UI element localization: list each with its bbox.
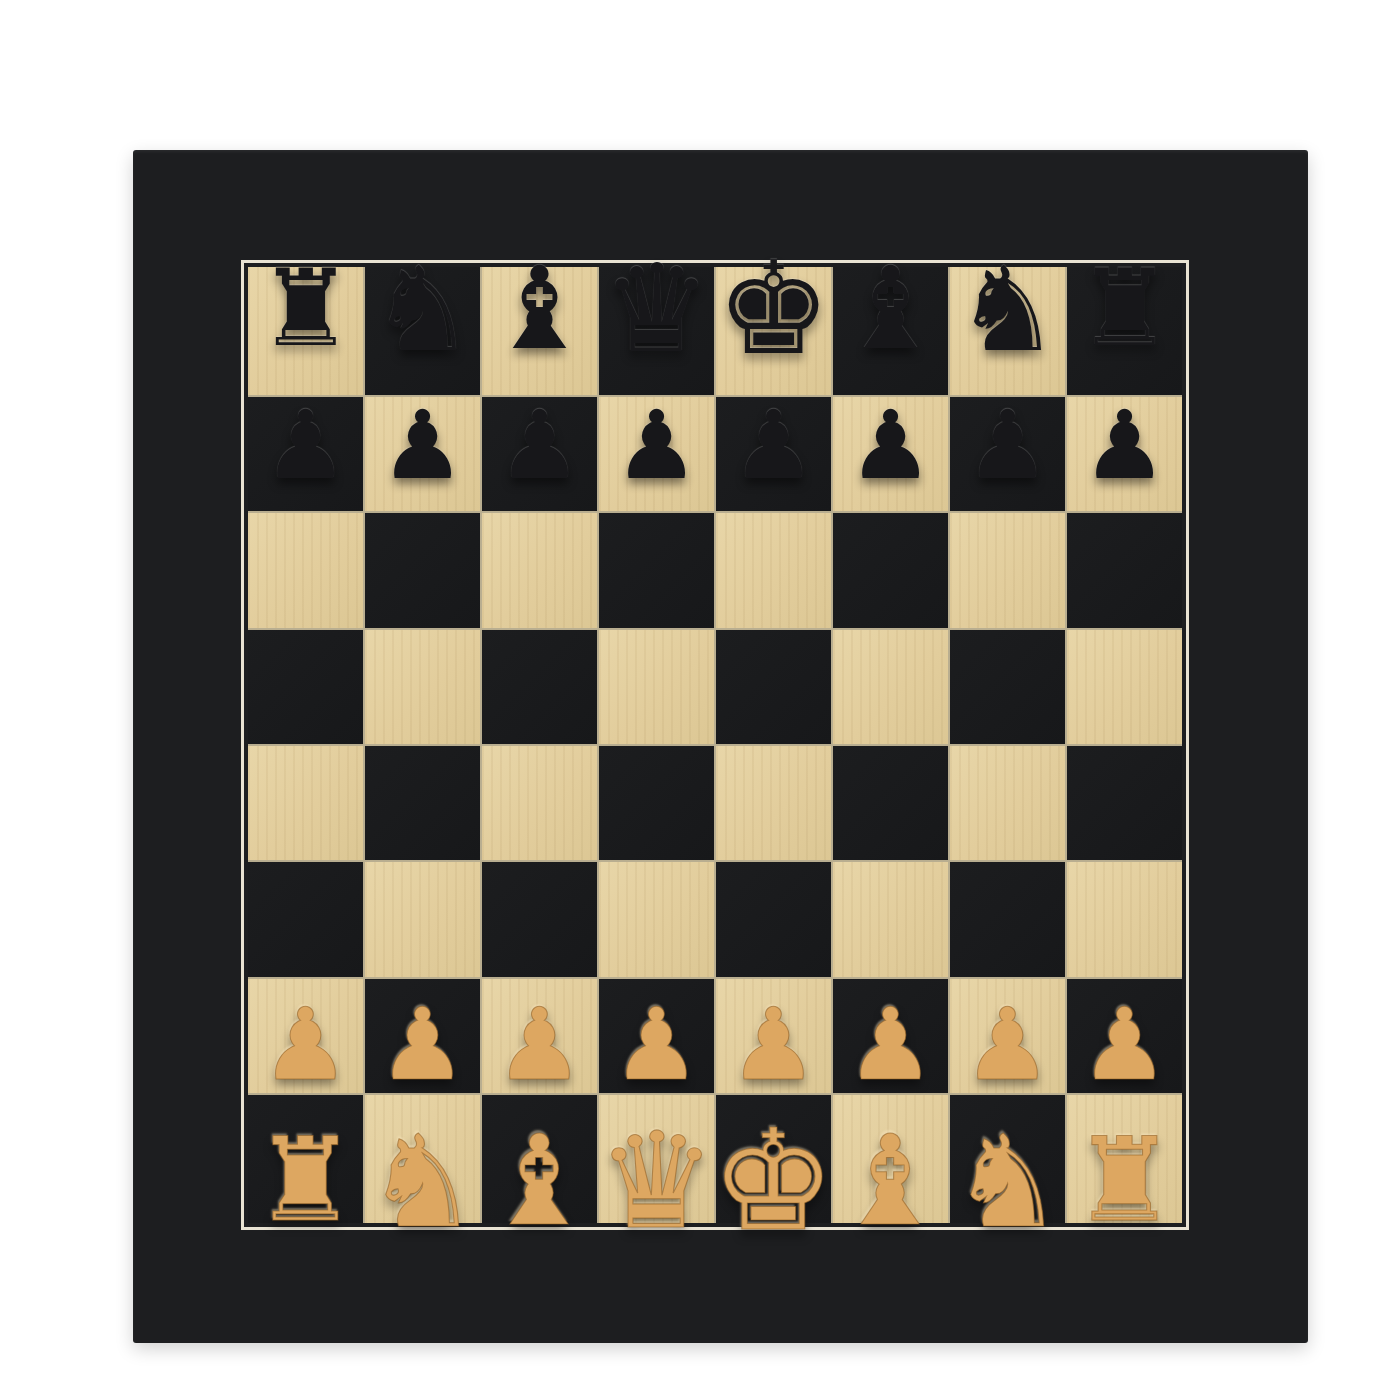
piece-black-rook[interactable]: ♜ — [1077, 256, 1172, 362]
piece-white-knight[interactable]: ♞ — [950, 1117, 1064, 1245]
piece-black-pawn[interactable]: ♟ — [263, 398, 348, 493]
square-h4[interactable] — [1067, 746, 1182, 860]
piece-white-pawn[interactable]: ♟ — [846, 995, 935, 1095]
piece-black-queen[interactable]: ♛ — [602, 248, 711, 370]
piece-white-rook[interactable]: ♜ — [254, 1123, 358, 1239]
piece-black-bishop[interactable]: ♝ — [488, 252, 590, 366]
piece-black-pawn[interactable]: ♟ — [848, 398, 933, 493]
square-c6[interactable] — [482, 513, 597, 627]
square-b3[interactable] — [365, 862, 480, 976]
piece-white-queen[interactable]: ♛ — [597, 1115, 716, 1248]
piece-black-pawn[interactable]: ♟ — [965, 398, 1050, 493]
square-h1[interactable]: ♜ — [1067, 1095, 1182, 1223]
square-a7[interactable]: ♟ — [248, 397, 363, 511]
piece-white-pawn[interactable]: ♟ — [378, 995, 467, 1095]
piece-white-pawn[interactable]: ♟ — [729, 995, 818, 1095]
square-g2[interactable]: ♟ — [950, 979, 1065, 1093]
piece-white-bishop[interactable]: ♝ — [484, 1119, 595, 1243]
playing-area: ♜♞♝♛♚♝♞♜♟♟♟♟♟♟♟♟♟♟♟♟♟♟♟♟♜♞♝♛♚♝♞♜ — [241, 260, 1189, 1230]
square-a1[interactable]: ♜ — [248, 1095, 363, 1223]
square-d6[interactable] — [599, 513, 714, 627]
square-e5[interactable] — [716, 630, 831, 744]
square-a4[interactable] — [248, 746, 363, 860]
piece-white-pawn[interactable]: ♟ — [612, 995, 701, 1095]
square-a2[interactable]: ♟ — [248, 979, 363, 1093]
square-e4[interactable] — [716, 746, 831, 860]
square-g8[interactable]: ♞ — [950, 267, 1065, 395]
square-d2[interactable]: ♟ — [599, 979, 714, 1093]
square-h3[interactable] — [1067, 862, 1182, 976]
square-e2[interactable]: ♟ — [716, 979, 831, 1093]
square-c1[interactable]: ♝ — [482, 1095, 597, 1223]
square-h2[interactable]: ♟ — [1067, 979, 1182, 1093]
square-c3[interactable] — [482, 862, 597, 976]
piece-black-pawn[interactable]: ♟ — [614, 398, 699, 493]
piece-white-pawn[interactable]: ♟ — [1080, 995, 1169, 1095]
square-g6[interactable] — [950, 513, 1065, 627]
piece-black-king[interactable]: ♚ — [716, 245, 831, 373]
square-b7[interactable]: ♟ — [365, 397, 480, 511]
square-c4[interactable] — [482, 746, 597, 860]
piece-white-bishop[interactable]: ♝ — [835, 1119, 946, 1243]
piece-black-pawn[interactable]: ♟ — [497, 398, 582, 493]
square-e7[interactable]: ♟ — [716, 397, 831, 511]
square-g3[interactable] — [950, 862, 1065, 976]
square-a8[interactable]: ♜ — [248, 267, 363, 395]
square-a6[interactable] — [248, 513, 363, 627]
piece-white-rook[interactable]: ♜ — [1073, 1123, 1177, 1239]
square-h7[interactable]: ♟ — [1067, 397, 1182, 511]
square-c8[interactable]: ♝ — [482, 267, 597, 395]
square-a3[interactable] — [248, 862, 363, 976]
square-d3[interactable] — [599, 862, 714, 976]
square-d1[interactable]: ♛ — [599, 1095, 714, 1223]
square-e1[interactable]: ♚ — [716, 1095, 831, 1223]
square-f7[interactable]: ♟ — [833, 397, 948, 511]
square-f5[interactable] — [833, 630, 948, 744]
square-d4[interactable] — [599, 746, 714, 860]
board-grid: ♜♞♝♛♚♝♞♜♟♟♟♟♟♟♟♟♟♟♟♟♟♟♟♟♜♞♝♛♚♝♞♜ — [248, 267, 1182, 1223]
square-c7[interactable]: ♟ — [482, 397, 597, 511]
square-f4[interactable] — [833, 746, 948, 860]
piece-white-king[interactable]: ♚ — [711, 1111, 836, 1251]
piece-black-knight[interactable]: ♞ — [955, 251, 1060, 368]
square-g4[interactable] — [950, 746, 1065, 860]
square-e3[interactable] — [716, 862, 831, 976]
piece-white-pawn[interactable]: ♟ — [963, 995, 1052, 1095]
square-h5[interactable] — [1067, 630, 1182, 744]
square-b4[interactable] — [365, 746, 480, 860]
piece-black-rook[interactable]: ♜ — [258, 256, 353, 362]
square-b6[interactable] — [365, 513, 480, 627]
piece-black-pawn[interactable]: ♟ — [380, 398, 465, 493]
square-h8[interactable]: ♜ — [1067, 267, 1182, 395]
square-e6[interactable] — [716, 513, 831, 627]
square-f8[interactable]: ♝ — [833, 267, 948, 395]
square-h6[interactable] — [1067, 513, 1182, 627]
square-g7[interactable]: ♟ — [950, 397, 1065, 511]
square-f2[interactable]: ♟ — [833, 979, 948, 1093]
piece-black-knight[interactable]: ♞ — [370, 251, 475, 368]
square-c2[interactable]: ♟ — [482, 979, 597, 1093]
chess-board: ♜♞♝♛♚♝♞♜♟♟♟♟♟♟♟♟♟♟♟♟♟♟♟♟♜♞♝♛♚♝♞♜ — [133, 150, 1308, 1343]
photo-background: ♜♞♝♛♚♝♞♜♟♟♟♟♟♟♟♟♟♟♟♟♟♟♟♟♜♞♝♛♚♝♞♜ — [0, 0, 1400, 1400]
piece-white-pawn[interactable]: ♟ — [495, 995, 584, 1095]
square-g5[interactable] — [950, 630, 1065, 744]
square-b1[interactable]: ♞ — [365, 1095, 480, 1223]
square-c5[interactable] — [482, 630, 597, 744]
square-g1[interactable]: ♞ — [950, 1095, 1065, 1223]
square-f3[interactable] — [833, 862, 948, 976]
square-b2[interactable]: ♟ — [365, 979, 480, 1093]
square-d8[interactable]: ♛ — [599, 267, 714, 395]
square-b5[interactable] — [365, 630, 480, 744]
square-a5[interactable] — [248, 630, 363, 744]
piece-black-pawn[interactable]: ♟ — [1082, 398, 1167, 493]
square-f1[interactable]: ♝ — [833, 1095, 948, 1223]
square-b8[interactable]: ♞ — [365, 267, 480, 395]
square-f6[interactable] — [833, 513, 948, 627]
piece-white-pawn[interactable]: ♟ — [261, 995, 350, 1095]
square-d5[interactable] — [599, 630, 714, 744]
square-e8[interactable]: ♚ — [716, 267, 831, 395]
square-d7[interactable]: ♟ — [599, 397, 714, 511]
piece-black-pawn[interactable]: ♟ — [731, 398, 816, 493]
piece-white-knight[interactable]: ♞ — [365, 1117, 479, 1245]
piece-black-bishop[interactable]: ♝ — [839, 252, 941, 366]
